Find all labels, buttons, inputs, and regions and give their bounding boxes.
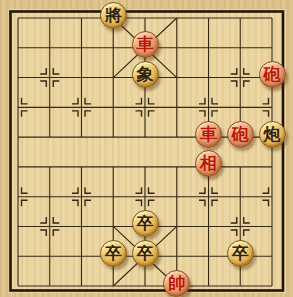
piece-black-soldier[interactable]: 卒 <box>100 240 127 267</box>
xiangqi-board: 將車象砲車砲炮相卒卒卒卒帥 <box>0 0 293 297</box>
piece-black-soldier[interactable]: 卒 <box>227 240 254 267</box>
piece-glyph: 砲 <box>264 66 281 83</box>
piece-black-soldier[interactable]: 卒 <box>132 210 159 237</box>
piece-red-chariot[interactable]: 車 <box>195 121 222 148</box>
piece-glyph: 卒 <box>137 245 154 262</box>
piece-black-cannon[interactable]: 炮 <box>259 121 286 148</box>
piece-glyph: 車 <box>200 126 217 143</box>
piece-glyph: 卒 <box>137 215 154 232</box>
piece-glyph: 卒 <box>232 245 249 262</box>
piece-glyph: 車 <box>137 36 154 53</box>
piece-red-chariot[interactable]: 車 <box>132 31 159 58</box>
piece-red-cannon[interactable]: 砲 <box>259 61 286 88</box>
piece-glyph: 炮 <box>264 126 281 143</box>
piece-red-general[interactable]: 帥 <box>163 270 190 297</box>
piece-glyph: 砲 <box>232 126 249 143</box>
piece-glyph: 相 <box>200 155 217 172</box>
piece-glyph: 象 <box>137 66 154 83</box>
piece-black-general[interactable]: 將 <box>100 2 127 29</box>
piece-glyph: 將 <box>105 7 122 24</box>
piece-black-soldier[interactable]: 卒 <box>132 240 159 267</box>
piece-glyph: 帥 <box>168 275 185 292</box>
piece-glyph: 卒 <box>105 245 122 262</box>
piece-black-elephant[interactable]: 象 <box>132 61 159 88</box>
piece-red-cannon[interactable]: 砲 <box>227 121 254 148</box>
